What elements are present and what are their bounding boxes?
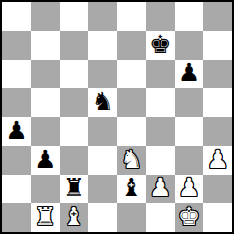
square-h6[interactable] — [203, 60, 232, 89]
square-b4[interactable] — [31, 117, 60, 146]
white-bishop-piece: ♝ — [63, 204, 85, 229]
square-a5[interactable] — [2, 88, 31, 117]
square-g4[interactable] — [175, 117, 204, 146]
square-e7[interactable] — [117, 31, 146, 60]
board-frame: ♚♟♞♟♟♞♟♜♝♟♟♜♝♚ — [0, 0, 234, 234]
square-f4[interactable] — [146, 117, 175, 146]
chess-board: ♚♟♞♟♟♞♟♜♝♟♟♜♝♚ — [2, 2, 232, 232]
square-c5[interactable] — [60, 88, 89, 117]
square-g6[interactable]: ♟ — [175, 60, 204, 89]
square-g5[interactable] — [175, 88, 204, 117]
square-e3[interactable]: ♞ — [117, 146, 146, 175]
square-a8[interactable] — [2, 2, 31, 31]
square-f3[interactable] — [146, 146, 175, 175]
square-f8[interactable] — [146, 2, 175, 31]
white-knight-piece: ♞ — [120, 147, 142, 172]
square-e8[interactable] — [117, 2, 146, 31]
square-a7[interactable] — [2, 31, 31, 60]
black-bishop-piece: ♝ — [120, 175, 142, 200]
square-a4[interactable]: ♟ — [2, 117, 31, 146]
square-g2[interactable]: ♟ — [175, 175, 204, 204]
square-d4[interactable] — [88, 117, 117, 146]
square-f6[interactable] — [146, 60, 175, 89]
square-d1[interactable] — [88, 203, 117, 232]
square-c7[interactable] — [60, 31, 89, 60]
black-king-piece: ♚ — [149, 32, 171, 57]
square-f1[interactable] — [146, 203, 175, 232]
square-b1[interactable]: ♜ — [31, 203, 60, 232]
white-rook-piece: ♜ — [34, 204, 56, 229]
square-e6[interactable] — [117, 60, 146, 89]
square-h7[interactable] — [203, 31, 232, 60]
square-e4[interactable] — [117, 117, 146, 146]
black-pawn-piece: ♟ — [178, 60, 200, 85]
white-pawn-piece: ♟ — [149, 175, 171, 200]
square-d6[interactable] — [88, 60, 117, 89]
square-f2[interactable]: ♟ — [146, 175, 175, 204]
square-h3[interactable]: ♟ — [203, 146, 232, 175]
square-b3[interactable]: ♟ — [31, 146, 60, 175]
square-g7[interactable] — [175, 31, 204, 60]
square-c1[interactable]: ♝ — [60, 203, 89, 232]
square-e2[interactable]: ♝ — [117, 175, 146, 204]
square-g3[interactable] — [175, 146, 204, 175]
square-b6[interactable] — [31, 60, 60, 89]
square-e1[interactable] — [117, 203, 146, 232]
black-rook-piece: ♜ — [63, 175, 85, 200]
square-d8[interactable] — [88, 2, 117, 31]
square-f7[interactable]: ♚ — [146, 31, 175, 60]
square-a1[interactable] — [2, 203, 31, 232]
square-c3[interactable] — [60, 146, 89, 175]
square-c4[interactable] — [60, 117, 89, 146]
square-d5[interactable]: ♞ — [88, 88, 117, 117]
square-b8[interactable] — [31, 2, 60, 31]
square-b5[interactable] — [31, 88, 60, 117]
black-pawn-piece: ♟ — [5, 118, 27, 143]
square-c6[interactable] — [60, 60, 89, 89]
white-king-piece: ♚ — [178, 204, 200, 229]
white-pawn-piece: ♟ — [178, 175, 200, 200]
square-c2[interactable]: ♜ — [60, 175, 89, 204]
square-a2[interactable] — [2, 175, 31, 204]
square-f5[interactable] — [146, 88, 175, 117]
square-h5[interactable] — [203, 88, 232, 117]
square-b7[interactable] — [31, 31, 60, 60]
square-b2[interactable] — [31, 175, 60, 204]
square-h2[interactable] — [203, 175, 232, 204]
white-pawn-piece: ♟ — [206, 147, 228, 172]
square-g8[interactable] — [175, 2, 204, 31]
square-h8[interactable] — [203, 2, 232, 31]
square-d7[interactable] — [88, 31, 117, 60]
square-h4[interactable] — [203, 117, 232, 146]
square-g1[interactable]: ♚ — [175, 203, 204, 232]
black-knight-piece: ♞ — [91, 89, 113, 114]
square-d3[interactable] — [88, 146, 117, 175]
square-h1[interactable] — [203, 203, 232, 232]
square-d2[interactable] — [88, 175, 117, 204]
black-pawn-piece: ♟ — [34, 147, 56, 172]
square-e5[interactable] — [117, 88, 146, 117]
square-a3[interactable] — [2, 146, 31, 175]
square-a6[interactable] — [2, 60, 31, 89]
square-c8[interactable] — [60, 2, 89, 31]
